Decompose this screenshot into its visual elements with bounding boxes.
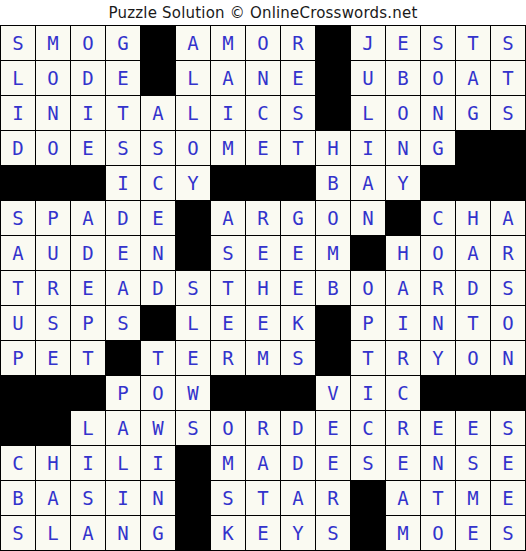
- letter-cell: B: [386, 61, 420, 95]
- letter-cell: S: [351, 446, 385, 480]
- letter-cell: E: [386, 26, 420, 60]
- block-cell: [351, 516, 385, 550]
- letter-cell: T: [421, 481, 455, 515]
- letter-cell: O: [36, 131, 70, 165]
- letter-cell: S: [36, 306, 70, 340]
- puzzle-solution-page: Puzzle Solution © OnlineCrosswords.net S…: [0, 0, 526, 551]
- letter-cell: I: [1, 96, 35, 130]
- letter-cell: M: [211, 26, 245, 60]
- letter-cell: A: [71, 201, 105, 235]
- letter-cell: E: [211, 306, 245, 340]
- letter-cell: E: [246, 131, 280, 165]
- letter-cell: M: [211, 131, 245, 165]
- letter-cell: N: [36, 96, 70, 130]
- letter-cell: I: [351, 131, 385, 165]
- block-cell: [281, 166, 315, 200]
- letter-cell: L: [176, 96, 210, 130]
- letter-cell: A: [211, 201, 245, 235]
- letter-cell: N: [141, 481, 175, 515]
- letter-cell: G: [421, 131, 455, 165]
- letter-cell: N: [491, 341, 525, 375]
- letter-cell: R: [281, 26, 315, 60]
- letter-cell: T: [281, 131, 315, 165]
- letter-cell: R: [386, 341, 420, 375]
- block-cell: [71, 166, 105, 200]
- letter-cell: I: [351, 376, 385, 410]
- block-cell: [1, 166, 35, 200]
- letter-cell: E: [141, 201, 175, 235]
- letter-cell: R: [491, 236, 525, 270]
- letter-cell: E: [491, 481, 525, 515]
- letter-cell: B: [1, 481, 35, 515]
- letter-cell: T: [491, 61, 525, 95]
- letter-cell: Y: [421, 341, 455, 375]
- block-cell: [1, 411, 35, 445]
- letter-cell: S: [211, 236, 245, 270]
- letter-cell: P: [351, 306, 385, 340]
- block-cell: [281, 376, 315, 410]
- block-cell: [176, 481, 210, 515]
- letter-cell: N: [141, 236, 175, 270]
- letter-cell: L: [106, 446, 140, 480]
- letter-cell: O: [71, 26, 105, 60]
- letter-cell: O: [211, 411, 245, 445]
- block-cell: [316, 306, 350, 340]
- letter-cell: C: [386, 376, 420, 410]
- letter-cell: S: [1, 26, 35, 60]
- letter-cell: S: [491, 516, 525, 550]
- letter-cell: G: [141, 516, 175, 550]
- letter-cell: R: [36, 271, 70, 305]
- block-cell: [211, 376, 245, 410]
- letter-cell: O: [491, 306, 525, 340]
- letter-cell: A: [386, 271, 420, 305]
- letter-cell: N: [106, 516, 140, 550]
- letter-cell: P: [36, 201, 70, 235]
- letter-cell: M: [246, 341, 280, 375]
- block-cell: [106, 341, 140, 375]
- block-cell: [491, 376, 525, 410]
- letter-cell: H: [456, 201, 490, 235]
- letter-cell: I: [386, 306, 420, 340]
- letter-cell: N: [386, 131, 420, 165]
- letter-cell: P: [1, 341, 35, 375]
- letter-cell: O: [316, 201, 350, 235]
- letter-cell: T: [351, 341, 385, 375]
- letter-cell: K: [281, 306, 315, 340]
- letter-cell: A: [106, 411, 140, 445]
- letter-cell: S: [281, 341, 315, 375]
- letter-cell: S: [1, 516, 35, 550]
- letter-cell: S: [211, 481, 245, 515]
- letter-cell: D: [141, 271, 175, 305]
- letter-cell: D: [456, 271, 490, 305]
- letter-cell: C: [1, 446, 35, 480]
- letter-cell: Y: [386, 166, 420, 200]
- letter-cell: I: [106, 166, 140, 200]
- letter-cell: O: [176, 131, 210, 165]
- letter-cell: L: [176, 61, 210, 95]
- letter-cell: S: [106, 306, 140, 340]
- letter-cell: E: [246, 236, 280, 270]
- letter-cell: N: [246, 61, 280, 95]
- letter-cell: H: [246, 271, 280, 305]
- block-cell: [491, 166, 525, 200]
- letter-cell: A: [281, 481, 315, 515]
- letter-cell: E: [316, 446, 350, 480]
- block-cell: [421, 376, 455, 410]
- letter-cell: G: [281, 201, 315, 235]
- letter-cell: U: [36, 236, 70, 270]
- letter-cell: S: [491, 271, 525, 305]
- letter-cell: A: [106, 271, 140, 305]
- letter-cell: S: [316, 516, 350, 550]
- letter-cell: I: [71, 446, 105, 480]
- letter-cell: E: [106, 236, 140, 270]
- block-cell: [316, 61, 350, 95]
- letter-cell: D: [281, 411, 315, 445]
- letter-cell: A: [71, 516, 105, 550]
- block-cell: [316, 341, 350, 375]
- block-cell: [1, 376, 35, 410]
- letter-cell: Y: [281, 516, 315, 550]
- letter-cell: N: [351, 201, 385, 235]
- letter-cell: O: [386, 96, 420, 130]
- letter-cell: S: [491, 96, 525, 130]
- letter-cell: L: [351, 96, 385, 130]
- letter-cell: O: [421, 61, 455, 95]
- letter-cell: B: [316, 166, 350, 200]
- block-cell: [456, 131, 490, 165]
- letter-cell: D: [281, 446, 315, 480]
- block-cell: [491, 131, 525, 165]
- letter-cell: D: [71, 236, 105, 270]
- block-cell: [176, 516, 210, 550]
- block-cell: [71, 376, 105, 410]
- letter-cell: O: [141, 376, 175, 410]
- block-cell: [351, 236, 385, 270]
- letter-cell: P: [106, 376, 140, 410]
- letter-cell: S: [281, 96, 315, 130]
- letter-cell: M: [211, 446, 245, 480]
- letter-cell: I: [211, 96, 245, 130]
- letter-cell: A: [36, 481, 70, 515]
- letter-cell: A: [456, 61, 490, 95]
- letter-cell: R: [421, 271, 455, 305]
- crossword-grid: SMOGAMORJESTSLODELANEUBOATINITALICSLONGS…: [0, 25, 526, 551]
- letter-cell: S: [106, 131, 140, 165]
- block-cell: [176, 446, 210, 480]
- letter-cell: R: [246, 411, 280, 445]
- letter-cell: T: [141, 341, 175, 375]
- letter-cell: S: [141, 131, 175, 165]
- block-cell: [141, 306, 175, 340]
- letter-cell: E: [281, 236, 315, 270]
- letter-cell: V: [316, 376, 350, 410]
- letter-cell: L: [71, 411, 105, 445]
- block-cell: [316, 96, 350, 130]
- block-cell: [141, 26, 175, 60]
- letter-cell: T: [246, 481, 280, 515]
- letter-cell: K: [211, 516, 245, 550]
- letter-cell: T: [1, 271, 35, 305]
- letter-cell: A: [211, 61, 245, 95]
- letter-cell: S: [456, 446, 490, 480]
- letter-cell: D: [71, 61, 105, 95]
- letter-cell: H: [316, 131, 350, 165]
- letter-cell: T: [106, 96, 140, 130]
- letter-cell: T: [211, 271, 245, 305]
- letter-cell: M: [456, 481, 490, 515]
- letter-cell: T: [71, 341, 105, 375]
- block-cell: [246, 376, 280, 410]
- letter-cell: I: [141, 446, 175, 480]
- letter-cell: D: [106, 201, 140, 235]
- letter-cell: N: [421, 446, 455, 480]
- letter-cell: W: [176, 376, 210, 410]
- block-cell: [421, 166, 455, 200]
- letter-cell: A: [386, 481, 420, 515]
- letter-cell: N: [421, 96, 455, 130]
- letter-cell: E: [36, 341, 70, 375]
- letter-cell: G: [106, 26, 140, 60]
- letter-cell: O: [246, 26, 280, 60]
- letter-cell: E: [491, 446, 525, 480]
- letter-cell: A: [141, 96, 175, 130]
- block-cell: [456, 376, 490, 410]
- letter-cell: U: [351, 61, 385, 95]
- letter-cell: E: [281, 61, 315, 95]
- letter-cell: W: [141, 411, 175, 445]
- letter-cell: S: [491, 26, 525, 60]
- letter-cell: E: [456, 516, 490, 550]
- letter-cell: O: [421, 516, 455, 550]
- letter-cell: S: [176, 271, 210, 305]
- letter-cell: C: [351, 411, 385, 445]
- letter-cell: T: [456, 26, 490, 60]
- block-cell: [36, 411, 70, 445]
- letter-cell: Y: [176, 166, 210, 200]
- letter-cell: L: [176, 306, 210, 340]
- block-cell: [456, 166, 490, 200]
- letter-cell: G: [456, 96, 490, 130]
- letter-cell: A: [176, 26, 210, 60]
- letter-cell: R: [211, 341, 245, 375]
- letter-cell: H: [386, 236, 420, 270]
- letter-cell: I: [106, 481, 140, 515]
- letter-cell: E: [176, 341, 210, 375]
- letter-cell: E: [316, 411, 350, 445]
- block-cell: [176, 201, 210, 235]
- letter-cell: H: [36, 446, 70, 480]
- letter-cell: E: [106, 61, 140, 95]
- block-cell: [176, 236, 210, 270]
- block-cell: [36, 376, 70, 410]
- letter-cell: E: [456, 411, 490, 445]
- letter-cell: A: [491, 201, 525, 235]
- letter-cell: L: [1, 61, 35, 95]
- block-cell: [246, 166, 280, 200]
- letter-cell: O: [351, 271, 385, 305]
- block-cell: [351, 481, 385, 515]
- letter-cell: J: [351, 26, 385, 60]
- letter-cell: O: [456, 341, 490, 375]
- block-cell: [386, 201, 420, 235]
- letter-cell: R: [246, 201, 280, 235]
- letter-cell: C: [246, 96, 280, 130]
- letter-cell: S: [491, 411, 525, 445]
- letter-cell: E: [386, 446, 420, 480]
- block-cell: [211, 166, 245, 200]
- letter-cell: S: [1, 201, 35, 235]
- letter-cell: N: [421, 306, 455, 340]
- letter-cell: E: [71, 131, 105, 165]
- letter-cell: C: [421, 201, 455, 235]
- letter-cell: A: [456, 236, 490, 270]
- block-cell: [141, 61, 175, 95]
- letter-cell: E: [71, 271, 105, 305]
- letter-cell: E: [246, 516, 280, 550]
- letter-cell: E: [281, 271, 315, 305]
- letter-cell: M: [386, 516, 420, 550]
- letter-cell: A: [351, 166, 385, 200]
- letter-cell: U: [1, 306, 35, 340]
- letter-cell: I: [71, 96, 105, 130]
- letter-cell: P: [71, 306, 105, 340]
- letter-cell: A: [246, 446, 280, 480]
- letter-cell: O: [36, 61, 70, 95]
- letter-cell: E: [246, 306, 280, 340]
- page-title: Puzzle Solution © OnlineCrosswords.net: [0, 0, 526, 25]
- block-cell: [36, 166, 70, 200]
- block-cell: [316, 26, 350, 60]
- letter-cell: R: [386, 411, 420, 445]
- letter-cell: E: [421, 411, 455, 445]
- letter-cell: R: [316, 481, 350, 515]
- letter-cell: S: [176, 411, 210, 445]
- letter-cell: O: [421, 236, 455, 270]
- letter-cell: S: [71, 481, 105, 515]
- letter-cell: A: [1, 236, 35, 270]
- letter-cell: M: [316, 236, 350, 270]
- letter-cell: M: [36, 26, 70, 60]
- letter-cell: B: [316, 271, 350, 305]
- letter-cell: S: [421, 26, 455, 60]
- letter-cell: C: [141, 166, 175, 200]
- letter-cell: T: [456, 306, 490, 340]
- letter-cell: L: [36, 516, 70, 550]
- letter-cell: D: [1, 131, 35, 165]
